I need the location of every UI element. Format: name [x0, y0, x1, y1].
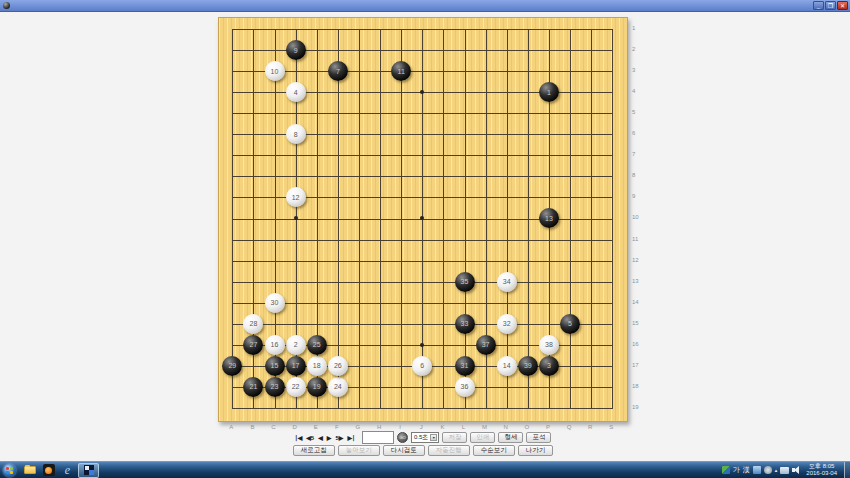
- grid-line-horizontal: [232, 303, 613, 304]
- black-stone-27: 27: [243, 335, 263, 355]
- black-stone-11: 11: [391, 61, 411, 81]
- taskbar-item-baduk-app-active[interactable]: [78, 463, 99, 478]
- column-label: M: [482, 424, 487, 430]
- grid-line-vertical: [465, 29, 466, 409]
- black-stone-19: 19: [307, 377, 327, 397]
- button-나가기[interactable]: 나가기: [518, 445, 554, 456]
- grid-line-horizontal: [232, 408, 613, 409]
- button-새로고침[interactable]: 새로고침: [293, 445, 335, 456]
- column-label: R: [588, 424, 592, 430]
- row-label: 17: [632, 362, 639, 368]
- row-label: 5: [632, 109, 635, 115]
- clock-date: 2016-03-04: [806, 470, 837, 477]
- column-label: B: [250, 424, 254, 430]
- taskbar-item-media-player[interactable]: [40, 463, 57, 478]
- white-stone-12: 12: [286, 187, 306, 207]
- grid-line-vertical: [612, 29, 613, 409]
- star-point: [420, 343, 424, 347]
- column-label: E: [314, 424, 318, 430]
- black-stone-17: 17: [286, 356, 306, 376]
- black-stone-25: 25: [307, 335, 327, 355]
- tray-app-icon[interactable]: [753, 466, 761, 474]
- row-label: 2: [632, 46, 635, 52]
- row-label: 14: [632, 299, 639, 305]
- column-label: N: [504, 424, 508, 430]
- ime-icon[interactable]: [722, 466, 730, 474]
- white-stone-30: 30: [265, 293, 285, 313]
- column-label: Q: [567, 424, 572, 430]
- row-label: 6: [632, 130, 635, 136]
- screen: _ ❐ ✕ 1234567891011121314151617181921222…: [0, 0, 850, 478]
- black-stone-15: 15: [265, 356, 285, 376]
- row-label: 16: [632, 341, 639, 347]
- move-nav-group: ∣◀◀5◀▶5▶▶∣: [295, 434, 355, 441]
- column-label: F: [335, 424, 339, 430]
- move-nav-button[interactable]: ◀5: [306, 434, 314, 441]
- black-stone-1: 1: [539, 82, 559, 102]
- column-label: L: [462, 424, 465, 430]
- button-수순보기[interactable]: 수순보기: [473, 445, 515, 456]
- black-stone-31: 31: [455, 356, 475, 376]
- button-놓아보기: 놓아보기: [338, 445, 380, 456]
- column-label: H: [377, 424, 381, 430]
- white-stone-38: 38: [539, 335, 559, 355]
- clock-time: 오후 8:05: [806, 463, 837, 470]
- column-label: S: [609, 424, 613, 430]
- restore-button[interactable]: ❐: [825, 1, 836, 10]
- star-point: [420, 90, 424, 94]
- column-label: K: [440, 424, 444, 430]
- windows-logo-icon: [6, 467, 13, 474]
- column-label: I: [399, 424, 401, 430]
- row1-buttons: 저장인쇄형세포석: [442, 432, 551, 443]
- row-label: 19: [632, 404, 639, 410]
- media-player-icon: [43, 464, 55, 476]
- grid-line-horizontal: [232, 324, 613, 325]
- black-stone-21: 21: [243, 377, 263, 397]
- go-button[interactable]: GO: [397, 432, 408, 443]
- black-stone-37: 37: [476, 335, 496, 355]
- row-label: 1: [632, 25, 635, 31]
- internet-explorer-icon: e: [65, 464, 70, 476]
- baduk-app-icon: [84, 465, 94, 475]
- row-label: 8: [632, 172, 635, 178]
- button-자동진행: 자동진행: [428, 445, 470, 456]
- row-label: 10: [632, 214, 639, 220]
- close-button[interactable]: ✕: [837, 1, 848, 10]
- grid-line-horizontal: [232, 261, 613, 262]
- move-number-input[interactable]: [362, 431, 394, 444]
- white-stone-28: 28: [243, 314, 263, 334]
- grid-line-vertical: [570, 29, 571, 409]
- ime-hanja-indicator[interactable]: 漢: [743, 466, 750, 474]
- grid-line-vertical: [443, 29, 444, 409]
- column-label: D: [292, 424, 296, 430]
- white-stone-4: 4: [286, 82, 306, 102]
- row-label: 13: [632, 278, 639, 284]
- white-stone-14: 14: [497, 356, 517, 376]
- minimize-button[interactable]: _: [813, 1, 824, 10]
- black-stone-35: 35: [455, 272, 475, 292]
- white-stone-16: 16: [265, 335, 285, 355]
- taskbar-clock[interactable]: 오후 8:05 2016-03-04: [806, 463, 837, 477]
- column-label: A: [229, 424, 233, 430]
- chevron-down-icon: ▾: [430, 434, 437, 441]
- window-titlebar: _ ❐ ✕: [0, 0, 850, 12]
- row-label: 15: [632, 320, 639, 326]
- row-label: 7: [632, 151, 635, 157]
- grid-line-vertical: [528, 29, 529, 409]
- row-label: 12: [632, 257, 639, 263]
- white-stone-6: 6: [412, 356, 432, 376]
- star-point: [420, 216, 424, 220]
- grid-line-vertical: [507, 29, 508, 409]
- black-stone-23: 23: [265, 377, 285, 397]
- move-nav-button[interactable]: 5▶: [335, 434, 343, 441]
- button-다시검토[interactable]: 다시검토: [383, 445, 425, 456]
- autoplay-delay-value: 0.5초: [414, 433, 428, 442]
- star-point: [294, 216, 298, 220]
- column-label: C: [271, 424, 275, 430]
- move-nav-button[interactable]: ▶∣: [347, 434, 355, 441]
- white-stone-34: 34: [497, 272, 517, 292]
- white-stone-22: 22: [286, 377, 306, 397]
- column-label: G: [356, 424, 361, 430]
- taskbar-item-internet-explorer[interactable]: e: [59, 463, 76, 478]
- row-label: 9: [632, 193, 635, 199]
- grid-line-horizontal: [232, 282, 613, 283]
- go-board[interactable]: 1234567891011121314151617181921222324252…: [218, 17, 628, 422]
- black-stone-7: 7: [328, 61, 348, 81]
- black-stone-39: 39: [518, 356, 538, 376]
- grid-line-horizontal: [232, 240, 613, 241]
- white-stone-36: 36: [455, 377, 475, 397]
- button-형세[interactable]: 형세: [498, 432, 523, 443]
- white-stone-2: 2: [286, 335, 306, 355]
- white-stone-18: 18: [307, 356, 327, 376]
- taskbar: e 가 漢 ▴ 오후 8:05 2016-03-04: [0, 461, 850, 478]
- black-stone-5: 5: [560, 314, 580, 334]
- black-stone-9: 9: [286, 40, 306, 60]
- show-desktop-button[interactable]: [844, 462, 850, 478]
- row-label: 18: [632, 383, 639, 389]
- control-row-2: 새로고침놓아보기다시검토자동진행수순보기나가기: [293, 445, 554, 456]
- start-button[interactable]: [3, 464, 16, 477]
- white-stone-10: 10: [265, 61, 285, 81]
- control-bar: ∣◀◀5◀▶5▶▶∣ GO 0.5초 ▾ 저장인쇄형세포석 새로고침놓아보기다시…: [218, 431, 628, 456]
- speaker-icon[interactable]: [792, 466, 800, 474]
- tray-status-icon[interactable]: [764, 466, 772, 474]
- network-icon[interactable]: [780, 467, 789, 474]
- control-row-1: ∣◀◀5◀▶5▶▶∣ GO 0.5초 ▾ 저장인쇄형세포석: [295, 431, 552, 444]
- autoplay-delay-select[interactable]: 0.5초 ▾: [411, 432, 439, 443]
- row-label: 3: [632, 67, 635, 73]
- white-stone-8: 8: [286, 124, 306, 144]
- button-저장: 저장: [442, 432, 467, 443]
- move-nav-button[interactable]: ∣◀: [295, 434, 303, 441]
- row-label: 11: [632, 236, 638, 242]
- taskbar-item-explorer[interactable]: [21, 463, 38, 478]
- black-stone-13: 13: [539, 208, 559, 228]
- button-포석[interactable]: 포석: [526, 432, 551, 443]
- column-label: O: [524, 424, 529, 430]
- black-stone-3: 3: [539, 356, 559, 376]
- white-stone-32: 32: [497, 314, 517, 334]
- move-nav-button[interactable]: ◀: [318, 434, 323, 441]
- app-icon: [3, 2, 10, 9]
- white-stone-24: 24: [328, 377, 348, 397]
- row-label: 4: [632, 88, 635, 94]
- folder-icon: [24, 466, 36, 474]
- system-tray: 가 漢 ▴ 오후 8:05 2016-03-04: [722, 462, 850, 478]
- column-label: P: [546, 424, 550, 430]
- window-controls: _ ❐ ✕: [813, 1, 848, 10]
- white-stone-26: 26: [328, 356, 348, 376]
- black-stone-33: 33: [455, 314, 475, 334]
- black-stone-29: 29: [222, 356, 242, 376]
- button-인쇄: 인쇄: [470, 432, 495, 443]
- hidden-icons-chevron[interactable]: ▴: [775, 467, 778, 473]
- move-nav-button[interactable]: ▶: [327, 434, 332, 441]
- ime-hangul-indicator[interactable]: 가: [733, 466, 740, 474]
- column-label: J: [420, 424, 423, 430]
- grid-line-vertical: [591, 29, 592, 409]
